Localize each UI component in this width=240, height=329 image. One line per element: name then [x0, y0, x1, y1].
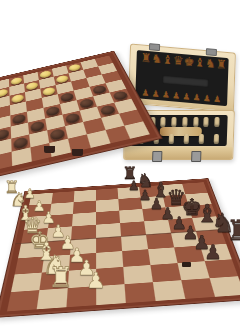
chess-square [125, 282, 156, 303]
case-light-piece-slot [214, 117, 219, 127]
case-dark-knight: ♞ [205, 56, 216, 71]
case-dark-pawn: ♟ [203, 93, 211, 104]
case-dark-bishop: ♝ [162, 52, 173, 67]
case-dark-pawn: ♟ [182, 91, 190, 102]
case-light-piece-slot [161, 117, 166, 127]
product-photo-canvas: ♜♞♝♛♚♝♞♜ ♟♟♟♟♟♟♟♟ ♜♞♝♛♚♝♞♜♟ [0, 0, 240, 329]
hinge-icon [206, 48, 217, 56]
chess-square [150, 263, 181, 282]
case-accessory-slot [162, 75, 208, 87]
chess-square [7, 290, 39, 311]
case-dark-pawn: ♟ [192, 92, 200, 103]
case-light-piece-slot [171, 117, 176, 127]
case-light-piece-slot [204, 117, 209, 127]
chess-square [123, 265, 153, 284]
case-lid: ♜♞♝♛♚♝♞♜ ♟♟♟♟♟♟♟♟ [128, 43, 236, 112]
case-dark-knight: ♞ [151, 51, 162, 66]
case-light-piece-slot [182, 117, 187, 127]
white-pawn: ♟ [86, 270, 106, 292]
black-rook: ♜ [226, 217, 240, 245]
case-dark-rook: ♜ [216, 57, 227, 72]
chess-square [153, 280, 185, 301]
case-dark-rook: ♜ [140, 50, 151, 65]
black-pawn: ♟ [204, 242, 222, 262]
case-dark-pawn: ♟ [152, 88, 160, 99]
board-latch-icon [182, 262, 191, 267]
chess-board-view: ♜♞♝♛♚♝♞♜♟♟♟♟♟♟♟♟♜♞♝♛♚♝♞♜♟♟♟♟♟♟♟♟ [0, 140, 240, 329]
case-dark-pawn: ♟ [172, 90, 180, 101]
checkers-square [124, 121, 149, 138]
chess-square [210, 276, 240, 297]
case-dark-pawn: ♟ [213, 94, 221, 105]
case-dark-pawn: ♟ [162, 89, 170, 100]
case-dark-pawn: ♟ [141, 88, 149, 99]
case-dark-queen: ♛ [173, 53, 184, 68]
case-dark-king: ♚ [183, 54, 194, 69]
case-dark-bishop: ♝ [194, 55, 205, 70]
chess-square [11, 273, 42, 293]
case-dark-pawns-row: ♟♟♟♟♟♟♟♟ [141, 88, 221, 105]
case-lid-foam: ♜♞♝♛♚♝♞♜ ♟♟♟♟♟♟♟♟ [135, 50, 228, 106]
case-light-piece-slot [193, 117, 198, 127]
white-rook: ♜ [48, 264, 73, 292]
hinge-icon [149, 43, 160, 51]
